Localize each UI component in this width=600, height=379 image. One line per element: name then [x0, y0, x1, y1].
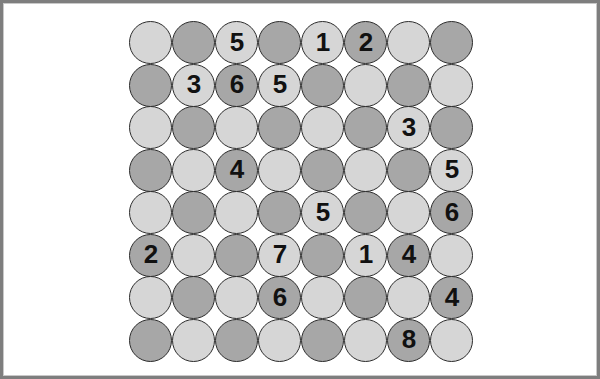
- cell-r6c3-dark-circle[interactable]: [215, 234, 258, 277]
- clue-digit: 2: [144, 241, 157, 267]
- puzzle-board: 512365345562714648: [129, 21, 473, 361]
- clue-digit: 6: [273, 284, 286, 310]
- cell-r2c2-light-circle[interactable]: 3: [172, 64, 215, 107]
- cell-r2c5-dark-circle[interactable]: [301, 64, 344, 107]
- clue-digit: 5: [445, 156, 458, 182]
- cell-r7c5-light-circle[interactable]: [301, 276, 344, 319]
- cell-r6c1-dark-circle[interactable]: 2: [129, 234, 172, 277]
- cell-r1c8-dark-circle[interactable]: [430, 21, 473, 64]
- cell-r1c6-dark-circle[interactable]: 2: [344, 21, 387, 64]
- cell-r3c7-light-circle[interactable]: 3: [387, 106, 430, 149]
- cell-r4c7-dark-circle[interactable]: [387, 149, 430, 192]
- cell-r8c8-light-circle[interactable]: [430, 319, 473, 362]
- cell-r7c8-dark-circle[interactable]: 4: [430, 276, 473, 319]
- cell-r6c7-dark-circle[interactable]: 4: [387, 234, 430, 277]
- cell-r4c8-light-circle[interactable]: 5: [430, 149, 473, 192]
- clue-digit: 6: [230, 71, 243, 97]
- clue-digit: 6: [445, 199, 458, 225]
- cell-r5c5-light-circle[interactable]: 5: [301, 191, 344, 234]
- cell-r8c3-dark-circle[interactable]: [215, 319, 258, 362]
- cell-r6c5-dark-circle[interactable]: [301, 234, 344, 277]
- cell-r2c7-dark-circle[interactable]: [387, 64, 430, 107]
- clue-digit: 5: [273, 71, 286, 97]
- cell-r6c6-light-circle[interactable]: 1: [344, 234, 387, 277]
- cell-r8c7-dark-circle[interactable]: 8: [387, 319, 430, 362]
- clue-digit: 3: [187, 71, 200, 97]
- cell-r3c3-light-circle[interactable]: [215, 106, 258, 149]
- cell-r1c3-light-circle[interactable]: 5: [215, 21, 258, 64]
- cell-r4c4-light-circle[interactable]: [258, 149, 301, 192]
- cell-r2c1-dark-circle[interactable]: [129, 64, 172, 107]
- clue-digit: 4: [230, 156, 243, 182]
- cell-r6c2-light-circle[interactable]: [172, 234, 215, 277]
- clue-digit: 5: [316, 199, 329, 225]
- cell-r5c3-light-circle[interactable]: [215, 191, 258, 234]
- cell-r5c6-dark-circle[interactable]: [344, 191, 387, 234]
- cell-r4c5-dark-circle[interactable]: [301, 149, 344, 192]
- cell-r4c6-light-circle[interactable]: [344, 149, 387, 192]
- cell-r5c1-light-circle[interactable]: [129, 191, 172, 234]
- cell-r3c8-dark-circle[interactable]: [430, 106, 473, 149]
- cell-r7c6-dark-circle[interactable]: [344, 276, 387, 319]
- cell-r3c1-light-circle[interactable]: [129, 106, 172, 149]
- cell-r3c5-light-circle[interactable]: [301, 106, 344, 149]
- cell-r7c1-light-circle[interactable]: [129, 276, 172, 319]
- cell-r3c2-dark-circle[interactable]: [172, 106, 215, 149]
- cell-r5c2-dark-circle[interactable]: [172, 191, 215, 234]
- cell-r7c4-dark-circle[interactable]: 6: [258, 276, 301, 319]
- clue-digit: 3: [402, 114, 415, 140]
- cell-r7c3-light-circle[interactable]: [215, 276, 258, 319]
- cell-r2c8-light-circle[interactable]: [430, 64, 473, 107]
- cell-r4c3-dark-circle[interactable]: 4: [215, 149, 258, 192]
- clue-digit: 5: [230, 29, 243, 55]
- cell-r1c5-light-circle[interactable]: 1: [301, 21, 344, 64]
- clue-digit: 4: [445, 284, 458, 310]
- clue-digit: 1: [359, 241, 372, 267]
- cell-r1c4-dark-circle[interactable]: [258, 21, 301, 64]
- cell-r1c2-dark-circle[interactable]: [172, 21, 215, 64]
- clue-digit: 8: [402, 326, 415, 352]
- clue-digit: 4: [402, 241, 415, 267]
- cell-r5c4-dark-circle[interactable]: [258, 191, 301, 234]
- cell-r7c2-dark-circle[interactable]: [172, 276, 215, 319]
- clue-digit: 1: [316, 29, 329, 55]
- cell-r5c8-dark-circle[interactable]: 6: [430, 191, 473, 234]
- cell-r1c7-light-circle[interactable]: [387, 21, 430, 64]
- cell-r3c6-dark-circle[interactable]: [344, 106, 387, 149]
- cell-r8c5-dark-circle[interactable]: [301, 319, 344, 362]
- cell-r2c3-dark-circle[interactable]: 6: [215, 64, 258, 107]
- cell-r7c7-light-circle[interactable]: [387, 276, 430, 319]
- cell-r8c6-light-circle[interactable]: [344, 319, 387, 362]
- cell-r8c1-dark-circle[interactable]: [129, 319, 172, 362]
- cell-r2c6-light-circle[interactable]: [344, 64, 387, 107]
- cell-r8c4-light-circle[interactable]: [258, 319, 301, 362]
- cell-r4c2-light-circle[interactable]: [172, 149, 215, 192]
- page: 512365345562714648: [0, 0, 600, 379]
- cell-r2c4-light-circle[interactable]: 5: [258, 64, 301, 107]
- cell-r1c1-light-circle[interactable]: [129, 21, 172, 64]
- cell-r4c1-dark-circle[interactable]: [129, 149, 172, 192]
- clue-digit: 7: [273, 241, 286, 267]
- cell-r3c4-dark-circle[interactable]: [258, 106, 301, 149]
- clue-digit: 2: [359, 29, 372, 55]
- cell-r5c7-light-circle[interactable]: [387, 191, 430, 234]
- cell-r8c2-light-circle[interactable]: [172, 319, 215, 362]
- cell-r6c4-light-circle[interactable]: 7: [258, 234, 301, 277]
- cell-r6c8-light-circle[interactable]: [430, 234, 473, 277]
